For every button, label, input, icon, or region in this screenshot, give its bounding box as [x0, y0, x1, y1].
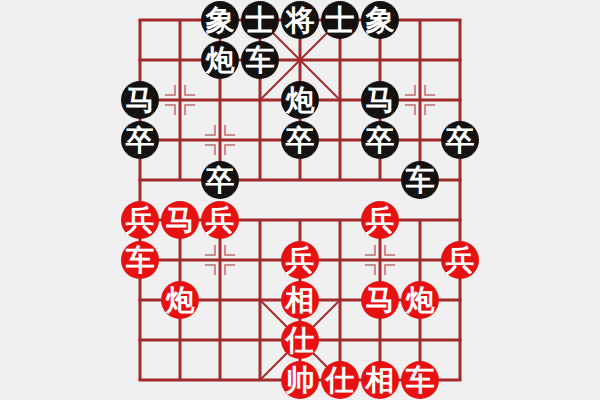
piece-black-king[interactable]: 将 [281, 1, 319, 39]
board-point: 马 [160, 200, 200, 240]
piece-black-pawn[interactable]: 卒 [441, 121, 479, 159]
board-point: 卒 [120, 120, 160, 160]
piece-black-pawn[interactable]: 卒 [281, 121, 319, 159]
board-point: 将 [280, 0, 320, 40]
piece-black-elephant[interactable]: 象 [201, 1, 239, 39]
board-point: 车 [240, 40, 280, 80]
piece-red-elephant[interactable]: 相 [281, 281, 319, 319]
board-point: 相 [360, 360, 400, 400]
piece-black-pawn[interactable]: 卒 [121, 121, 159, 159]
board-point: 兵 [280, 240, 320, 280]
piece-red-pawn[interactable]: 兵 [201, 201, 239, 239]
piece-red-cannon[interactable]: 炮 [161, 281, 199, 319]
piece-red-pawn[interactable]: 兵 [281, 241, 319, 279]
board-point: 炮 [280, 80, 320, 120]
piece-red-chariot[interactable]: 车 [121, 241, 159, 279]
piece-black-chariot[interactable]: 车 [401, 161, 439, 199]
piece-black-advisor[interactable]: 士 [241, 1, 279, 39]
board-point: 卒 [440, 120, 480, 160]
piece-black-pawn[interactable]: 卒 [361, 121, 399, 159]
piece-black-cannon[interactable]: 炮 [281, 81, 319, 119]
piece-black-chariot[interactable]: 车 [241, 41, 279, 79]
piece-red-king[interactable]: 帅 [281, 361, 319, 399]
piece-black-advisor[interactable]: 士 [321, 1, 359, 39]
board-point: 兵 [120, 200, 160, 240]
board-point: 兵 [360, 200, 400, 240]
board-point: 车 [400, 360, 440, 400]
piece-red-horse[interactable]: 马 [161, 201, 199, 239]
piece-red-pawn[interactable]: 兵 [441, 241, 479, 279]
board-point: 相 [280, 280, 320, 320]
board-point: 象 [200, 0, 240, 40]
piece-black-horse[interactable]: 马 [361, 81, 399, 119]
board-point: 卒 [360, 120, 400, 160]
board-point: 仕 [280, 320, 320, 360]
board-point: 马 [120, 80, 160, 120]
board-point: 马 [360, 280, 400, 320]
board-point: 炮 [400, 280, 440, 320]
piece-red-advisor[interactable]: 仕 [321, 361, 359, 399]
board-point: 士 [240, 0, 280, 40]
board-point: 兵 [200, 200, 240, 240]
piece-red-chariot[interactable]: 车 [401, 361, 439, 399]
piece-black-elephant[interactable]: 象 [361, 1, 399, 39]
piece-black-horse[interactable]: 马 [121, 81, 159, 119]
piece-red-horse[interactable]: 马 [361, 281, 399, 319]
board-point: 马 [360, 80, 400, 120]
piece-red-pawn[interactable]: 兵 [121, 201, 159, 239]
board-point: 仕 [320, 360, 360, 400]
piece-red-advisor[interactable]: 仕 [281, 321, 319, 359]
piece-grid[interactable]: 象士将士象炮车马炮马卒卒卒卒卒车兵马兵兵车兵兵炮相马炮仕帅仕相车 [120, 0, 480, 400]
xiangqi-board: 象士将士象炮车马炮马卒卒卒卒卒车兵马兵兵车兵兵炮相马炮仕帅仕相车 [0, 0, 600, 400]
board-point: 帅 [280, 360, 320, 400]
piece-red-cannon[interactable]: 炮 [401, 281, 439, 319]
board-point: 士 [320, 0, 360, 40]
board-point: 象 [360, 0, 400, 40]
board-point: 车 [400, 160, 440, 200]
board-point: 炮 [200, 40, 240, 80]
board-point: 车 [120, 240, 160, 280]
piece-red-elephant[interactable]: 相 [361, 361, 399, 399]
board-point: 炮 [160, 280, 200, 320]
board-point: 卒 [200, 160, 240, 200]
piece-black-pawn[interactable]: 卒 [201, 161, 239, 199]
board-point: 卒 [280, 120, 320, 160]
piece-red-pawn[interactable]: 兵 [361, 201, 399, 239]
board-point: 兵 [440, 240, 480, 280]
piece-black-cannon[interactable]: 炮 [201, 41, 239, 79]
